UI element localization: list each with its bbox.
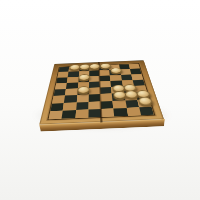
square-r8c2[interactable] (62, 110, 76, 119)
square-r8c5[interactable] (101, 108, 115, 117)
square-r8c3[interactable] (75, 109, 88, 118)
checkers-board: ⛀⛀⛀⛀⛀⛀⛀⛀⛀⛀⛀⛀⛀ (39, 60, 164, 124)
board-scene: ⛀⛀⛀⛀⛀⛀⛀⛀⛀⛀⛀⛀⛀ (0, 0, 200, 200)
board-front-edge (39, 119, 165, 132)
square-r8c8[interactable] (139, 107, 154, 116)
product-photo-background: ⛀⛀⛀⛀⛀⛀⛀⛀⛀⛀⛀⛀⛀ (0, 0, 200, 200)
